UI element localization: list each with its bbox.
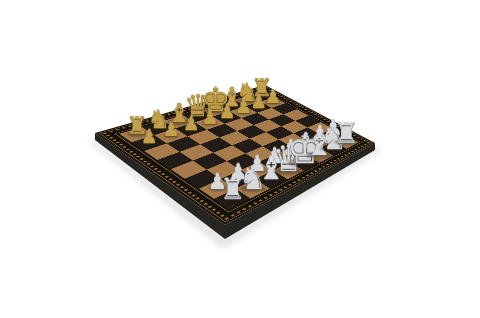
chess-set-product-photo: ♜♞♝♛♚♝♞♜♟♟♟♟♟♟♟♟♟♟♟♟♟♟♟♟♜♞♝♛♚♝♞♜ <box>0 0 480 318</box>
